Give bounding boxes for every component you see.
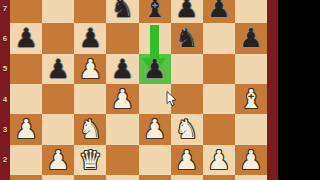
piece-black-pawn-d5[interactable]: ♟	[106, 54, 138, 84]
square-a2[interactable]	[10, 145, 42, 175]
piece-white-queen-c2[interactable]: ♛	[74, 145, 106, 175]
piece-white-bishop-h4[interactable]: ♝	[235, 84, 267, 114]
piece-black-knight-f6[interactable]: ♞	[171, 23, 203, 53]
piece-black-pawn-e5[interactable]: ♟	[139, 54, 171, 84]
piece-black-pawn-g7[interactable]: ♟	[203, 0, 235, 23]
square-b4[interactable]	[42, 84, 74, 114]
piece-white-pawn-d4[interactable]: ♟	[106, 84, 138, 114]
square-d1[interactable]	[106, 175, 138, 180]
square-g3[interactable]	[203, 114, 235, 144]
chess-board[interactable]: ♞♝♟♟♟♟♞♟♟♟♟♟♟♝♟♞♟♞♟♛♟♟♟	[10, 0, 267, 180]
square-a7[interactable]	[10, 0, 42, 23]
rank-label-5: 5	[0, 64, 10, 73]
square-f1[interactable]	[171, 175, 203, 180]
square-h7[interactable]	[235, 0, 267, 23]
square-b6[interactable]	[42, 23, 74, 53]
square-g5[interactable]	[203, 54, 235, 84]
square-g1[interactable]	[203, 175, 235, 180]
square-a4[interactable]	[10, 84, 42, 114]
rank-label-7: 7	[0, 4, 10, 13]
square-b3[interactable]	[42, 114, 74, 144]
mouse-cursor-icon	[166, 91, 177, 111]
square-b1[interactable]	[42, 175, 74, 180]
square-a5[interactable]	[10, 54, 42, 84]
square-f5[interactable]	[171, 54, 203, 84]
square-g4[interactable]	[203, 84, 235, 114]
piece-white-pawn-f2[interactable]: ♟	[171, 145, 203, 175]
board-frame: ♞♝♟♟♟♟♞♟♟♟♟♟♟♝♟♞♟♞♟♛♟♟♟ 87654321	[0, 0, 278, 180]
square-h3[interactable]	[235, 114, 267, 144]
piece-white-knight-c3[interactable]: ♞	[74, 114, 106, 144]
rank-label-6: 6	[0, 34, 10, 43]
square-c4[interactable]	[74, 84, 106, 114]
square-h5[interactable]	[235, 54, 267, 84]
square-a1[interactable]	[10, 175, 42, 180]
square-d6[interactable]	[106, 23, 138, 53]
piece-white-pawn-g2[interactable]: ♟	[203, 145, 235, 175]
chess-video-frame: ♞♝♟♟♟♟♞♟♟♟♟♟♟♝♟♞♟♞♟♛♟♟♟ 87654321	[0, 0, 320, 180]
piece-black-pawn-h6[interactable]: ♟	[235, 23, 267, 53]
piece-black-pawn-f7[interactable]: ♟	[171, 0, 203, 23]
piece-white-pawn-c5[interactable]: ♟	[74, 54, 106, 84]
square-c1[interactable]	[74, 175, 106, 180]
square-d3[interactable]	[106, 114, 138, 144]
piece-white-pawn-b2[interactable]: ♟	[42, 145, 74, 175]
square-c7[interactable]	[74, 0, 106, 23]
piece-black-pawn-a6[interactable]: ♟	[10, 23, 42, 53]
square-b7[interactable]	[42, 0, 74, 23]
rank-label-2: 2	[0, 155, 10, 164]
square-e1[interactable]	[139, 175, 171, 180]
square-d2[interactable]	[106, 145, 138, 175]
piece-white-pawn-a3[interactable]: ♟	[10, 114, 42, 144]
square-h1[interactable]	[235, 175, 267, 180]
piece-black-knight-d7[interactable]: ♞	[106, 0, 138, 23]
piece-white-pawn-h2[interactable]: ♟	[235, 145, 267, 175]
piece-white-knight-f3[interactable]: ♞	[171, 114, 203, 144]
piece-black-pawn-c6[interactable]: ♟	[74, 23, 106, 53]
square-g6[interactable]	[203, 23, 235, 53]
piece-black-bishop-e7[interactable]: ♝	[139, 0, 171, 23]
rank-label-3: 3	[0, 125, 10, 134]
piece-white-pawn-e3[interactable]: ♟	[139, 114, 171, 144]
rank-label-4: 4	[0, 95, 10, 104]
piece-black-pawn-b5[interactable]: ♟	[42, 54, 74, 84]
square-e2[interactable]	[139, 145, 171, 175]
